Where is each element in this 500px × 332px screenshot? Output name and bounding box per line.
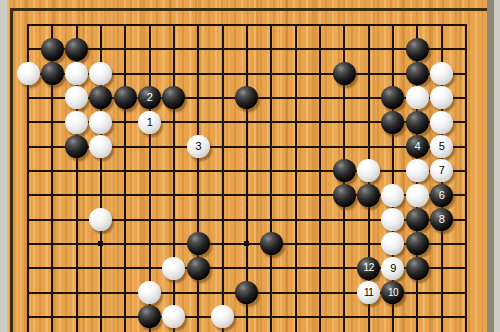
star-point-D10 [98,241,103,246]
stone-white-S15 [430,111,453,134]
move-number-label: 5 [439,141,445,152]
stone-black-O12 [333,184,356,207]
board-right-shadow [487,0,494,332]
stone-black-B17 [41,62,64,85]
move-number-label: 8 [439,214,445,225]
stone-black-R14: 4 [406,135,429,158]
grid-line-vertical [222,24,224,332]
move-number-label: 3 [196,141,202,152]
stone-black-P9: 12 [357,257,380,280]
stone-black-R11 [406,208,429,231]
grid-line-vertical [319,24,321,332]
stone-white-R12 [406,184,429,207]
stone-black-R15 [406,111,429,134]
stone-black-S12: 6 [430,184,453,207]
board-top-edge [10,8,487,11]
move-number-label: 12 [364,263,374,273]
stone-black-B18 [41,38,64,61]
grid-line-vertical [465,24,467,332]
move-number-label: 4 [415,141,421,152]
grid-line-vertical [270,24,272,332]
stone-black-P12 [357,184,380,207]
stone-white-H14: 3 [187,135,210,158]
move-number-label: 6 [439,190,445,201]
grid-line-vertical [124,24,126,332]
go-diagram: 213457681291110 [0,0,500,332]
stone-black-O17 [333,62,356,85]
stone-black-R17 [406,62,429,85]
grid-line-vertical [173,24,175,332]
move-number-label: 7 [439,165,445,176]
star-point-K10 [244,241,249,246]
stone-black-H9 [187,257,210,280]
grid-line-vertical [295,24,297,332]
stone-black-C18 [65,38,88,61]
move-number-label: 10 [388,288,398,298]
move-number-label: 9 [390,263,396,274]
move-number-label: 1 [147,117,153,128]
move-number-label: 11 [364,288,373,298]
board-left-edge [10,8,13,332]
grid-line-vertical [197,24,199,332]
stone-white-F15: 1 [138,111,161,134]
stone-black-R18 [406,38,429,61]
stone-white-C15 [65,111,88,134]
stone-black-R9 [406,257,429,280]
stone-white-A17 [17,62,40,85]
move-number-label: 2 [147,92,153,103]
